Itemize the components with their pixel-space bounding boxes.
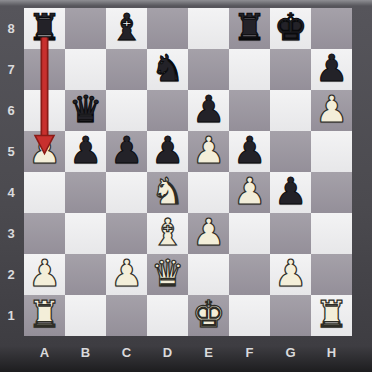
rank-label-2: 2 [0, 254, 22, 295]
square-c8[interactable]: ♝ [106, 8, 147, 49]
file-label-g: G [270, 340, 311, 364]
square-g1[interactable] [270, 295, 311, 336]
piece-white-pawn[interactable]: ♟ [233, 171, 266, 212]
file-label-h: H [311, 340, 352, 364]
piece-black-pawn[interactable]: ♟ [233, 130, 266, 171]
piece-black-rook[interactable]: ♜ [28, 7, 61, 48]
piece-white-rook[interactable]: ♜ [28, 294, 61, 335]
square-d5[interactable]: ♟ [147, 131, 188, 172]
square-d2[interactable]: ♛ [147, 254, 188, 295]
rank-label-6: 6 [0, 90, 22, 131]
rank-label-7: 7 [0, 49, 22, 90]
piece-black-pawn[interactable]: ♟ [151, 130, 184, 171]
square-e5[interactable]: ♟ [188, 131, 229, 172]
square-g7[interactable] [270, 49, 311, 90]
piece-white-pawn[interactable]: ♟ [192, 212, 225, 253]
square-c4[interactable] [106, 172, 147, 213]
square-a1[interactable]: ♜ [24, 295, 65, 336]
square-g6[interactable] [270, 90, 311, 131]
piece-black-knight[interactable]: ♞ [151, 48, 184, 89]
square-b1[interactable] [65, 295, 106, 336]
square-c5[interactable]: ♟ [106, 131, 147, 172]
piece-white-pawn[interactable]: ♟ [315, 89, 348, 130]
square-f1[interactable] [229, 295, 270, 336]
square-f5[interactable]: ♟ [229, 131, 270, 172]
rank-label-8: 8 [0, 8, 22, 49]
piece-black-pawn[interactable]: ♟ [274, 171, 307, 212]
square-e8[interactable] [188, 8, 229, 49]
file-label-e: E [188, 340, 229, 364]
square-f7[interactable] [229, 49, 270, 90]
square-b3[interactable] [65, 213, 106, 254]
square-e2[interactable] [188, 254, 229, 295]
square-f6[interactable] [229, 90, 270, 131]
rank-label-3: 3 [0, 213, 22, 254]
square-a6[interactable] [24, 90, 65, 131]
square-f8[interactable]: ♜ [229, 8, 270, 49]
square-c6[interactable] [106, 90, 147, 131]
rank-label-5: 5 [0, 131, 22, 172]
square-g5[interactable] [270, 131, 311, 172]
piece-black-queen[interactable]: ♛ [69, 89, 102, 130]
piece-white-pawn[interactable]: ♟ [28, 253, 61, 294]
square-e4[interactable] [188, 172, 229, 213]
piece-black-rook[interactable]: ♜ [233, 7, 266, 48]
square-a8[interactable]: ♜ [24, 8, 65, 49]
piece-white-pawn[interactable]: ♟ [110, 253, 143, 294]
square-g4[interactable]: ♟ [270, 172, 311, 213]
piece-white-pawn[interactable]: ♟ [28, 130, 61, 171]
square-d4[interactable]: ♞ [147, 172, 188, 213]
piece-white-rook[interactable]: ♜ [315, 294, 348, 335]
piece-white-pawn[interactable]: ♟ [192, 130, 225, 171]
piece-black-pawn[interactable]: ♟ [69, 130, 102, 171]
square-a5[interactable]: ♟ [24, 131, 65, 172]
square-g2[interactable]: ♟ [270, 254, 311, 295]
square-e3[interactable]: ♟ [188, 213, 229, 254]
square-c2[interactable]: ♟ [106, 254, 147, 295]
square-g8[interactable]: ♚ [270, 8, 311, 49]
square-b4[interactable] [65, 172, 106, 213]
square-h3[interactable] [311, 213, 352, 254]
chess-board: ♜♝♜♚♞♟♛♟♟♟♟♟♟♟♟♞♟♟♝♟♟♟♛♟♜♚♜ [24, 8, 352, 336]
piece-black-pawn[interactable]: ♟ [110, 130, 143, 171]
piece-white-knight[interactable]: ♞ [151, 171, 184, 212]
piece-white-pawn[interactable]: ♟ [274, 253, 307, 294]
piece-black-bishop[interactable]: ♝ [110, 7, 143, 48]
chess-app-window: ♜♝♜♚♞♟♛♟♟♟♟♟♟♟♟♞♟♟♝♟♟♟♛♟♜♚♜ 87654321 ABC… [0, 0, 372, 372]
square-f4[interactable]: ♟ [229, 172, 270, 213]
square-c1[interactable] [106, 295, 147, 336]
square-f2[interactable] [229, 254, 270, 295]
file-label-c: C [106, 340, 147, 364]
square-a7[interactable] [24, 49, 65, 90]
square-g3[interactable] [270, 213, 311, 254]
square-e7[interactable] [188, 49, 229, 90]
piece-white-bishop[interactable]: ♝ [151, 212, 184, 253]
square-h1[interactable]: ♜ [311, 295, 352, 336]
piece-black-king[interactable]: ♚ [274, 7, 307, 48]
file-label-b: B [65, 340, 106, 364]
square-b5[interactable]: ♟ [65, 131, 106, 172]
square-d1[interactable] [147, 295, 188, 336]
square-d6[interactable] [147, 90, 188, 131]
square-h4[interactable] [311, 172, 352, 213]
file-label-f: F [229, 340, 270, 364]
square-h5[interactable] [311, 131, 352, 172]
square-c3[interactable] [106, 213, 147, 254]
square-b2[interactable] [65, 254, 106, 295]
piece-black-pawn[interactable]: ♟ [315, 48, 348, 89]
piece-black-pawn[interactable]: ♟ [192, 89, 225, 130]
square-b7[interactable] [65, 49, 106, 90]
rank-label-1: 1 [0, 295, 22, 336]
square-h2[interactable] [311, 254, 352, 295]
piece-white-king[interactable]: ♚ [192, 294, 225, 335]
square-c7[interactable] [106, 49, 147, 90]
square-a3[interactable] [24, 213, 65, 254]
rank-label-4: 4 [0, 172, 22, 213]
square-b8[interactable] [65, 8, 106, 49]
file-label-a: A [24, 340, 65, 364]
piece-white-queen[interactable]: ♛ [151, 253, 184, 294]
square-h8[interactable] [311, 8, 352, 49]
square-f3[interactable] [229, 213, 270, 254]
file-label-d: D [147, 340, 188, 364]
square-e6[interactable]: ♟ [188, 90, 229, 131]
square-d3[interactable]: ♝ [147, 213, 188, 254]
square-a4[interactable] [24, 172, 65, 213]
square-h7[interactable]: ♟ [311, 49, 352, 90]
square-b6[interactable]: ♛ [65, 90, 106, 131]
square-d8[interactable] [147, 8, 188, 49]
square-h6[interactable]: ♟ [311, 90, 352, 131]
square-a2[interactable]: ♟ [24, 254, 65, 295]
square-e1[interactable]: ♚ [188, 295, 229, 336]
square-d7[interactable]: ♞ [147, 49, 188, 90]
